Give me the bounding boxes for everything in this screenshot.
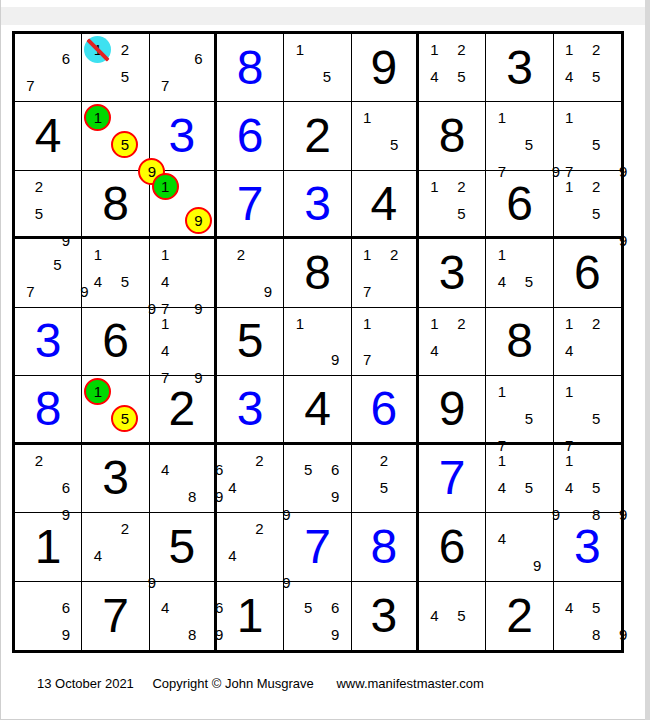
candidate-digit: 4 [421, 337, 448, 364]
pencil-marks: 125 [421, 173, 483, 234]
candidate-digit: 9 [322, 483, 349, 510]
candidate-digit: 6 [52, 45, 79, 72]
candidate-digit: 2 [583, 310, 610, 337]
candidate-digit: 5 [583, 474, 610, 501]
pencil-marks: 19 [152, 173, 212, 234]
cell-r3c4[interactable]: 7 [217, 171, 284, 239]
candidate-digit: 5 [515, 268, 542, 295]
pencil-marks: 249 [84, 515, 146, 578]
pencil-marks: 157 [556, 378, 619, 439]
candidate-digit: 2 [370, 447, 397, 474]
candidate-digit: 1 [556, 378, 583, 405]
cell-r4c6[interactable]: 127 [352, 239, 419, 307]
candidate-digit: 7 [354, 346, 381, 373]
cell-r2c2[interactable]: 159 [82, 102, 149, 170]
candidate-digit: 9 [185, 364, 212, 391]
entered-digit: 3 [284, 171, 350, 236]
cell-r6c9[interactable]: 157 [554, 376, 621, 444]
entered-digit: 7 [217, 171, 283, 236]
cell-r8c2[interactable]: 249 [82, 513, 149, 581]
candidate-digit: 9 [206, 621, 233, 648]
pencil-marks: 125 [84, 36, 146, 99]
given-digit: 3 [352, 582, 416, 650]
candidate-digit: 6 [322, 456, 349, 483]
candidate-digit: 4 [219, 542, 246, 569]
candidate-digit: 4 [152, 337, 179, 364]
candidate-digit: 6 [52, 594, 79, 621]
footer-copyright: Copyright © John Musgrave [152, 676, 313, 691]
cell-r1c7[interactable]: 1245 [419, 34, 486, 102]
candidate-digit: 4 [556, 594, 583, 621]
pencil-marks: 45 [421, 584, 483, 648]
cell-r6c8[interactable]: 157 [486, 376, 553, 444]
candidate-digit: 4 [152, 456, 179, 483]
pencil-marks: 124 [556, 310, 619, 373]
pencil-marks: 1579 [488, 104, 550, 167]
given-digit: 9 [419, 376, 485, 441]
given-digit: 3 [419, 239, 485, 306]
given-digit: 3 [82, 445, 148, 512]
candidate-digit: 9 [542, 501, 569, 528]
right-scrollbar-strip[interactable] [645, 0, 650, 720]
footer: 13 October 2021 Copyright © John Musgrav… [37, 676, 484, 691]
given-digit: 4 [15, 102, 81, 169]
candidate-digit: 7 [152, 72, 179, 99]
cell-r4c9[interactable]: 6 [554, 239, 621, 307]
candidate-digit: 5 [583, 405, 610, 432]
candidate-digit: 2 [227, 241, 254, 268]
cell-r1c1[interactable]: 67 [15, 34, 82, 102]
candidate-digit: 4 [152, 594, 179, 621]
candidate-digit: 1 [354, 310, 381, 337]
given-digit: 2 [486, 582, 552, 650]
pencil-marks: 4689 [152, 584, 212, 648]
candidate-digit: 1 [556, 36, 583, 63]
candidate-digit: 4 [84, 542, 111, 569]
candidate-digit: 7 [17, 278, 44, 305]
candidate-digit: 8 [583, 621, 610, 648]
entered-digit: 3 [15, 308, 81, 375]
candidate-digit: 2 [448, 173, 475, 200]
pencil-marks: 1459 [488, 447, 550, 510]
cell-r4c7[interactable]: 3 [419, 239, 486, 307]
entered-digit: 8 [217, 34, 283, 101]
candidate-digit: 7 [152, 364, 179, 391]
candidate-digit: 2 [25, 173, 52, 200]
candidate-digit: 1 [354, 104, 381, 131]
pencil-marks: 1479 [152, 241, 212, 304]
candidate-digit: 1 [488, 241, 515, 268]
cell-r1c2[interactable]: 125 [82, 34, 149, 102]
pencil-marks: 1245 [556, 36, 619, 99]
candidate-digit: 1 [152, 310, 179, 337]
candidate-digit: 9 [610, 621, 637, 648]
cell-r6c4[interactable]: 3 [217, 376, 284, 444]
candidate-digit: 5 [448, 63, 475, 90]
candidate-digit: 5 [448, 200, 475, 227]
given-digit: 6 [419, 513, 485, 580]
given-digit: 2 [284, 102, 350, 169]
candidate-digit: 4 [556, 63, 583, 90]
candidate-digit: 1 [84, 241, 111, 268]
cell-r2c4[interactable]: 6 [217, 102, 284, 170]
cell-r1c8[interactable]: 3 [486, 34, 553, 102]
cell-r7c2[interactable]: 3 [82, 445, 149, 513]
candidate-digit: 5 [313, 63, 340, 90]
cell-r7c6[interactable]: 25 [352, 445, 419, 513]
cell-r8c4[interactable]: 249 [217, 513, 284, 581]
candidate-digit: 1 [286, 36, 313, 63]
candidate-digit: 6 [322, 594, 349, 621]
cell-r5c9[interactable]: 124 [554, 308, 621, 376]
cell-r5c1[interactable]: 3 [15, 308, 82, 376]
pencil-marks: 1579 [556, 104, 619, 167]
pencil-marks: 145 [488, 241, 550, 304]
candidate-digit: 5 [111, 63, 138, 90]
cell-r2c7[interactable]: 8 [419, 102, 486, 170]
cell-r4c8[interactable]: 145 [486, 239, 553, 307]
given-digit: 8 [284, 239, 350, 306]
candidate-digit: 2 [111, 36, 138, 63]
candidate-digit-highlight-green: 1 [84, 104, 111, 131]
cell-r5c4[interactable]: 5 [217, 308, 284, 376]
sudoku-board: 6712567815912453124541593621581579157925… [12, 31, 624, 653]
cell-r2c5[interactable]: 2 [284, 102, 351, 170]
candidate-digit: 1 [488, 104, 515, 131]
cell-r3c2[interactable]: 8 [82, 171, 149, 239]
cell-r9c2[interactable]: 7 [82, 582, 149, 650]
pencil-marks: 29 [219, 241, 281, 304]
cell-r8c8[interactable]: 49 [486, 513, 553, 581]
candidate-digit: 9 [322, 621, 349, 648]
candidate-digit: 8 [179, 621, 206, 648]
pencil-marks: 157 [488, 378, 550, 439]
candidate-digit: 5 [295, 456, 322, 483]
candidate-digit: 1 [152, 241, 179, 268]
cell-r1c5[interactable]: 15 [284, 34, 351, 102]
candidate-digit: 5 [515, 405, 542, 432]
candidate-digit: 5 [111, 268, 138, 295]
candidate-digit: 1 [556, 310, 583, 337]
pencil-marks: 67 [17, 36, 79, 99]
candidate-digit: 2 [583, 173, 610, 200]
entered-digit: 6 [352, 376, 416, 441]
candidate-digit-highlight-yellow: 5 [111, 131, 138, 158]
pencil-marks: 17 [354, 310, 414, 373]
cell-r3c1[interactable]: 259 [15, 171, 82, 239]
pencil-marks: 1245 [421, 36, 483, 99]
cell-r5c8[interactable]: 8 [486, 308, 553, 376]
pencil-marks: 14589 [556, 447, 619, 510]
candidate-digit: 2 [25, 447, 52, 474]
cell-r4c5[interactable]: 8 [284, 239, 351, 307]
candidate-digit: 4 [84, 268, 111, 295]
candidate-digit-highlight-yellow: 5 [111, 405, 138, 432]
candidate-digit: 9 [610, 501, 637, 528]
candidate-digit: 7 [354, 278, 381, 305]
given-digit: 4 [352, 171, 416, 236]
candidate-digit: 1 [421, 310, 448, 337]
candidate-digit: 5 [295, 594, 322, 621]
pencil-marks: 249 [219, 447, 281, 510]
cell-r6c1[interactable]: 8 [15, 376, 82, 444]
candidate-digit: 5 [515, 131, 542, 158]
given-digit: 3 [486, 34, 552, 101]
cell-r9c6[interactable]: 3 [352, 582, 419, 650]
candidate-digit: 9 [322, 346, 349, 373]
cell-r3c7[interactable]: 125 [419, 171, 486, 239]
candidate-digit: 5 [25, 200, 52, 227]
cell-r4c4[interactable]: 29 [217, 239, 284, 307]
pencil-marks: 15 [286, 36, 348, 99]
cell-r7c7[interactable]: 7 [419, 445, 486, 513]
pencil-marks: 15 [354, 104, 414, 167]
candidate-digit: 2 [448, 310, 475, 337]
candidate-digit: 9 [52, 227, 79, 254]
pencil-marks: 49 [488, 515, 550, 578]
candidate-digit: 1 [354, 241, 381, 268]
candidate-digit: 1 [556, 447, 583, 474]
cell-r3c5[interactable]: 3 [284, 171, 351, 239]
cell-r6c7[interactable]: 9 [419, 376, 486, 444]
candidate-digit: 5 [583, 63, 610, 90]
cell-r9c9[interactable]: 4589 [554, 582, 621, 650]
pencil-marks: 69 [17, 584, 79, 648]
candidate-digit: 4 [219, 474, 246, 501]
candidate-digit: 6 [206, 594, 233, 621]
cell-r2c8[interactable]: 1579 [486, 102, 553, 170]
candidate-digit: 9 [610, 158, 637, 185]
given-digit: 8 [82, 171, 148, 236]
cell-r5c7[interactable]: 124 [419, 308, 486, 376]
candidate-digit-highlight-green: 1 [84, 378, 111, 405]
given-digit: 8 [486, 308, 552, 375]
candidate-digit: 1 [286, 310, 313, 337]
cell-r9c8[interactable]: 2 [486, 582, 553, 650]
given-digit: 5 [217, 308, 283, 375]
left-edge-line [0, 0, 1, 720]
cell-r1c6[interactable]: 9 [352, 34, 419, 102]
candidate-digit: 1 [556, 104, 583, 131]
candidate-digit: 8 [583, 501, 610, 528]
given-digit: 9 [352, 34, 416, 101]
entered-digit: 7 [419, 445, 485, 512]
top-gray-band [0, 7, 650, 25]
cell-r7c3[interactable]: 4689 [150, 445, 217, 513]
candidate-digit: 5 [583, 200, 610, 227]
pencil-marks: 25 [354, 447, 414, 510]
candidate-digit: 9 [273, 501, 300, 528]
cell-r5c5[interactable]: 19 [284, 308, 351, 376]
given-digit: 6 [82, 308, 148, 375]
entered-digit: 6 [217, 102, 283, 169]
candidate-digit: 6 [185, 45, 212, 72]
cell-r9c7[interactable]: 45 [419, 582, 486, 650]
cell-r2c6[interactable]: 15 [352, 102, 419, 170]
pencil-marks: 569 [286, 584, 348, 648]
entered-digit: 8 [15, 376, 81, 441]
given-digit: 4 [284, 376, 350, 441]
candidate-digit: 1 [421, 173, 448, 200]
candidate-digit: 9 [524, 552, 551, 579]
cell-r3c9[interactable]: 1259 [554, 171, 621, 239]
candidate-digit: 1 [488, 447, 515, 474]
candidate-digit: 5 [370, 474, 397, 501]
cell-r7c8[interactable]: 1459 [486, 445, 553, 513]
cell-r6c5[interactable]: 4 [284, 376, 351, 444]
pencil-marks: 569 [286, 447, 348, 510]
pencil-marks: 4589 [556, 584, 619, 648]
cell-r4c3[interactable]: 1479 [150, 239, 217, 307]
pencil-marks: 249 [219, 515, 281, 578]
candidate-digit-highlight-yellow: 9 [185, 207, 212, 234]
candidate-digit: 2 [111, 515, 138, 542]
candidate-digit: 9 [254, 278, 281, 305]
candidate-digit: 9 [52, 621, 79, 648]
candidate-digit: 2 [583, 36, 610, 63]
pencil-marks: 159 [84, 104, 146, 167]
entered-digit: 8 [352, 513, 416, 580]
candidate-digit: 1 [556, 173, 583, 200]
cell-r2c1[interactable]: 4 [15, 102, 82, 170]
cell-r5c6[interactable]: 17 [352, 308, 419, 376]
candidate-digit: 5 [44, 251, 71, 278]
pencil-marks: 67 [152, 36, 212, 99]
candidate-digit: 9 [610, 227, 637, 254]
candidate-digit: 2 [448, 36, 475, 63]
cell-r1c3[interactable]: 67 [150, 34, 217, 102]
candidate-digit: 4 [488, 474, 515, 501]
footer-date: 13 October 2021 [37, 676, 134, 691]
entered-digit: 3 [217, 376, 283, 441]
cell-r6c6[interactable]: 6 [352, 376, 419, 444]
pencil-marks: 127 [354, 241, 414, 304]
given-digit: 6 [554, 239, 621, 306]
candidate-digit: 7 [17, 72, 44, 99]
cell-r8c6[interactable]: 8 [352, 513, 419, 581]
candidate-digit: 4 [421, 602, 448, 629]
given-digit: 5 [150, 513, 214, 580]
candidate-digit-highlight-green: 1 [152, 173, 179, 200]
candidate-digit: 5 [583, 131, 610, 158]
cell-r7c1[interactable]: 269 [15, 445, 82, 513]
given-digit: 8 [419, 102, 485, 169]
candidate-digit: 6 [52, 474, 79, 501]
candidate-digit: 4 [556, 474, 583, 501]
candidate-digit: 1 [488, 378, 515, 405]
candidate-digit: 4 [152, 268, 179, 295]
candidate-digit: 5 [583, 594, 610, 621]
pencil-marks: 4689 [152, 447, 212, 510]
candidate-digit: 2 [246, 515, 273, 542]
candidate-digit: 2 [246, 447, 273, 474]
cell-r5c2[interactable]: 6 [82, 308, 149, 376]
cell-r8c7[interactable]: 6 [419, 513, 486, 581]
candidate-digit: 9 [273, 569, 300, 596]
candidate-digit: 4 [556, 337, 583, 364]
candidate-digit: 5 [515, 474, 542, 501]
pencil-marks: 15 [84, 378, 146, 439]
candidate-digit: 4 [488, 268, 515, 295]
cell-r3c6[interactable]: 4 [352, 171, 419, 239]
given-digit: 7 [82, 582, 148, 650]
candidate-digit: 8 [179, 483, 206, 510]
pencil-marks: 1259 [556, 173, 619, 234]
pencil-marks: 259 [17, 173, 79, 234]
cell-r1c4[interactable]: 8 [217, 34, 284, 102]
cell-r3c3[interactable]: 19 [150, 171, 217, 239]
cell-r1c9[interactable]: 1245 [554, 34, 621, 102]
cell-r2c9[interactable]: 1579 [554, 102, 621, 170]
candidate-digit: 4 [488, 525, 515, 552]
candidate-digit: 5 [448, 602, 475, 629]
candidate-digit: 2 [381, 241, 408, 268]
cell-r6c2[interactable]: 15 [82, 376, 149, 444]
candidate-digit: 4 [421, 63, 448, 90]
candidate-digit: 9 [52, 501, 79, 528]
pencil-marks: 19 [286, 310, 348, 373]
cell-r9c1[interactable]: 69 [15, 582, 82, 650]
candidate-digit: 5 [381, 131, 408, 158]
pencil-marks: 269 [17, 447, 79, 510]
candidate-digit: 1 [421, 36, 448, 63]
footer-website: www.manifestmaster.com [336, 676, 483, 691]
pencil-marks: 124 [421, 310, 483, 373]
candidate-digit-highlight-cyan-slash: 1 [84, 36, 111, 63]
